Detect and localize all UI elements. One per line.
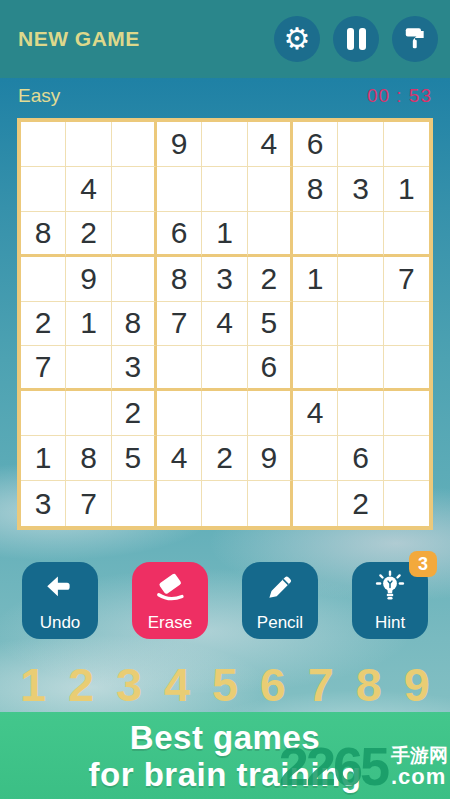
sudoku-cell-r3c6[interactable] xyxy=(248,212,293,257)
sudoku-cell-r5c5[interactable]: 4 xyxy=(202,302,247,347)
sudoku-cell-r1c4[interactable]: 9 xyxy=(157,122,202,167)
erase-label: Erase xyxy=(148,613,192,633)
sudoku-cell-r4c5[interactable]: 3 xyxy=(202,257,247,302)
difficulty-label: Easy xyxy=(18,85,60,107)
sudoku-cell-r5c8[interactable] xyxy=(338,302,383,347)
sudoku-cell-r5c9[interactable] xyxy=(384,302,429,347)
sudoku-cell-r8c1[interactable]: 1 xyxy=(21,436,66,481)
sudoku-cell-r3c5[interactable]: 1 xyxy=(202,212,247,257)
number-pad: 123456789 xyxy=(0,656,450,712)
paint-roller-icon xyxy=(402,25,428,54)
sudoku-cell-r2c8[interactable]: 3 xyxy=(338,167,383,212)
sudoku-cell-r3c3[interactable] xyxy=(112,212,157,257)
sudoku-cell-r6c3[interactable]: 3 xyxy=(112,346,157,391)
sudoku-cell-r8c5[interactable]: 2 xyxy=(202,436,247,481)
sudoku-cell-r8c3[interactable]: 5 xyxy=(112,436,157,481)
sudoku-cell-r4c6[interactable]: 2 xyxy=(248,257,293,302)
undo-button[interactable]: Undo xyxy=(22,562,98,639)
erase-button[interactable]: Erase xyxy=(132,562,208,639)
sudoku-cell-r5c1[interactable]: 2 xyxy=(21,302,66,347)
numpad-key-1[interactable]: 1 xyxy=(20,661,46,708)
sudoku-cell-r2c9[interactable]: 1 xyxy=(384,167,429,212)
sudoku-cell-r5c7[interactable] xyxy=(293,302,338,347)
sudoku-cell-r5c4[interactable]: 7 xyxy=(157,302,202,347)
watermark-number: 2265 xyxy=(279,739,387,793)
sudoku-cell-r4c2[interactable]: 9 xyxy=(66,257,111,302)
page-title: NEW GAME xyxy=(18,27,261,51)
settings-button[interactable]: ⚙ xyxy=(274,16,320,62)
promo-banner: Best games for brain training 2265 手游网 .… xyxy=(0,712,450,799)
sudoku-cell-r1c7[interactable]: 6 xyxy=(293,122,338,167)
sudoku-cell-r2c4[interactable] xyxy=(157,167,202,212)
site-watermark: 2265 手游网 .com xyxy=(279,739,448,793)
sudoku-cell-r9c7[interactable] xyxy=(293,481,338,526)
sudoku-cell-r9c4[interactable] xyxy=(157,481,202,526)
toolbar: Undo Erase Pencil 3 xyxy=(0,562,450,640)
sudoku-cell-r3c8[interactable] xyxy=(338,212,383,257)
hint-count-badge: 3 xyxy=(409,551,437,577)
sudoku-cell-r4c9[interactable]: 7 xyxy=(384,257,429,302)
sudoku-cell-r2c1[interactable] xyxy=(21,167,66,212)
sudoku-cell-r1c3[interactable] xyxy=(112,122,157,167)
sudoku-cell-r3c4[interactable]: 6 xyxy=(157,212,202,257)
eraser-icon xyxy=(150,570,190,609)
watermark-cn: 手游网 xyxy=(391,745,448,766)
sudoku-cell-r9c1[interactable]: 3 xyxy=(21,481,66,526)
sudoku-cell-r3c2[interactable]: 2 xyxy=(66,212,111,257)
sudoku-board: 94648318261983217218745736241854296372 xyxy=(17,118,433,530)
undo-label: Undo xyxy=(40,613,81,633)
sudoku-cell-r7c4[interactable] xyxy=(157,391,202,436)
sudoku-cell-r1c5[interactable] xyxy=(202,122,247,167)
gear-icon: ⚙ xyxy=(284,24,311,54)
pause-button[interactable] xyxy=(333,16,379,62)
pause-icon xyxy=(347,28,366,50)
sudoku-cell-r8c2[interactable]: 8 xyxy=(66,436,111,481)
sudoku-cell-r1c8[interactable] xyxy=(338,122,383,167)
sudoku-cell-r7c6[interactable] xyxy=(248,391,293,436)
sudoku-cell-r9c2[interactable]: 7 xyxy=(66,481,111,526)
hint-button[interactable]: 3 Hint xyxy=(352,562,428,639)
numpad-key-2[interactable]: 2 xyxy=(68,661,94,708)
sudoku-cell-r3c1[interactable]: 8 xyxy=(21,212,66,257)
sudoku-cell-r1c6[interactable]: 4 xyxy=(248,122,293,167)
sudoku-cell-r4c7[interactable]: 1 xyxy=(293,257,338,302)
sudoku-cell-r2c5[interactable] xyxy=(202,167,247,212)
sudoku-cell-r9c8[interactable]: 2 xyxy=(338,481,383,526)
pencil-label: Pencil xyxy=(257,613,303,633)
sudoku-cell-r6c1[interactable]: 7 xyxy=(21,346,66,391)
sudoku-cell-r6c8[interactable] xyxy=(338,346,383,391)
sudoku-cell-r8c7[interactable] xyxy=(293,436,338,481)
sudoku-cell-r9c3[interactable] xyxy=(112,481,157,526)
sudoku-cell-r6c5[interactable] xyxy=(202,346,247,391)
sudoku-cell-r9c5[interactable] xyxy=(202,481,247,526)
sudoku-cell-r8c6[interactable]: 9 xyxy=(248,436,293,481)
sudoku-cell-r4c4[interactable]: 8 xyxy=(157,257,202,302)
sudoku-cell-r3c7[interactable] xyxy=(293,212,338,257)
sudoku-cell-r1c2[interactable] xyxy=(66,122,111,167)
sudoku-cell-r9c6[interactable] xyxy=(248,481,293,526)
pencil-button[interactable]: Pencil xyxy=(242,562,318,639)
sudoku-cell-r7c1[interactable] xyxy=(21,391,66,436)
theme-button[interactable] xyxy=(392,16,438,62)
sudoku-cell-r5c6[interactable]: 5 xyxy=(248,302,293,347)
timer: 00 : 53 xyxy=(367,85,432,107)
sudoku-cell-r6c6[interactable]: 6 xyxy=(248,346,293,391)
numpad-key-3[interactable]: 3 xyxy=(116,661,142,708)
sudoku-cell-r6c2[interactable] xyxy=(66,346,111,391)
sudoku-cell-r4c1[interactable] xyxy=(21,257,66,302)
lightbulb-icon xyxy=(370,570,410,609)
numpad-key-9[interactable]: 9 xyxy=(404,661,430,708)
sudoku-cell-r6c7[interactable] xyxy=(293,346,338,391)
sudoku-cell-r2c2[interactable]: 4 xyxy=(66,167,111,212)
undo-arrow-icon xyxy=(41,570,79,607)
numpad-key-7[interactable]: 7 xyxy=(308,661,334,708)
sudoku-cell-r6c4[interactable] xyxy=(157,346,202,391)
sudoku-cell-r7c9[interactable] xyxy=(384,391,429,436)
sudoku-cell-r8c4[interactable]: 4 xyxy=(157,436,202,481)
numpad-key-8[interactable]: 8 xyxy=(356,661,382,708)
sudoku-cell-r7c2[interactable] xyxy=(66,391,111,436)
sudoku-cell-r7c8[interactable] xyxy=(338,391,383,436)
sudoku-cell-r8c8[interactable]: 6 xyxy=(338,436,383,481)
sudoku-cell-r7c3[interactable]: 2 xyxy=(112,391,157,436)
sudoku-cell-r3c9[interactable] xyxy=(384,212,429,257)
sudoku-cell-r5c2[interactable]: 1 xyxy=(66,302,111,347)
sudoku-cell-r7c7[interactable]: 4 xyxy=(293,391,338,436)
sudoku-cell-r2c3[interactable] xyxy=(112,167,157,212)
sudoku-cell-r7c5[interactable] xyxy=(202,391,247,436)
sudoku-cell-r8c9[interactable] xyxy=(384,436,429,481)
sudoku-cell-r2c7[interactable]: 8 xyxy=(293,167,338,212)
pencil-icon xyxy=(262,570,298,607)
sudoku-cell-r6c9[interactable] xyxy=(384,346,429,391)
watermark-domain: .com xyxy=(391,766,446,788)
sudoku-cell-r1c9[interactable] xyxy=(384,122,429,167)
numpad-key-6[interactable]: 6 xyxy=(260,661,286,708)
status-row: Easy 00 : 53 xyxy=(0,78,450,114)
sudoku-cell-r1c1[interactable] xyxy=(21,122,66,167)
top-bar: NEW GAME ⚙ xyxy=(0,0,450,78)
numpad-key-5[interactable]: 5 xyxy=(212,661,238,708)
sudoku-cell-r9c9[interactable] xyxy=(384,481,429,526)
sudoku-cell-r4c3[interactable] xyxy=(112,257,157,302)
sudoku-cell-r4c8[interactable] xyxy=(338,257,383,302)
numpad-key-4[interactable]: 4 xyxy=(164,661,190,708)
sudoku-cell-r2c6[interactable] xyxy=(248,167,293,212)
hint-label: Hint xyxy=(375,613,405,633)
sudoku-cell-r5c3[interactable]: 8 xyxy=(112,302,157,347)
